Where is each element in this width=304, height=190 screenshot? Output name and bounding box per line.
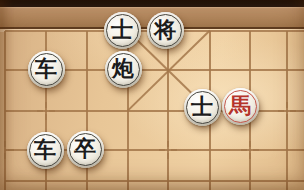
star-point-mark: [253, 149, 259, 151]
xiangqi-game-screen: 士将车炮士馬车卒: [0, 0, 304, 190]
star-point-mark: [286, 102, 288, 108]
piece-character: 馬: [229, 95, 251, 117]
star-point-mark: [159, 149, 165, 151]
piece-black-cannon-d1[interactable]: 炮: [105, 51, 142, 88]
star-point-mark: [45, 114, 47, 120]
star-point-mark: [37, 110, 43, 112]
piece-character: 士: [191, 96, 213, 118]
piece-character: 卒: [74, 138, 96, 160]
piece-black-advisor-d0[interactable]: 士: [104, 12, 141, 49]
background-strip: [0, 0, 304, 7]
star-point-mark: [4, 141, 6, 147]
piece-character: 士: [111, 19, 133, 41]
grid-rank-line: [5, 180, 304, 182]
star-point-mark: [278, 110, 284, 112]
piece-black-chariot-b3[interactable]: 车: [27, 132, 64, 169]
star-point-mark: [8, 149, 14, 151]
star-point-mark: [249, 153, 251, 159]
piece-character: 炮: [112, 58, 134, 80]
star-point-mark: [286, 114, 288, 120]
piece-character: 将: [154, 19, 176, 41]
piece-black-soldier-c3[interactable]: 卒: [67, 131, 104, 168]
star-point-mark: [167, 141, 169, 147]
piece-black-chariot-b1[interactable]: 车: [28, 51, 65, 88]
piece-black-advisor-f2[interactable]: 士: [184, 89, 221, 126]
piece-character: 车: [35, 58, 57, 80]
piece-red-horse-g2[interactable]: 馬: [222, 88, 259, 125]
piece-character: 车: [34, 139, 56, 161]
star-point-mark: [45, 102, 47, 108]
star-point-mark: [4, 153, 6, 159]
piece-black-general-e0[interactable]: 将: [147, 12, 184, 49]
star-point-mark: [49, 110, 55, 112]
star-point-mark: [171, 149, 177, 151]
star-point-mark: [241, 149, 247, 151]
star-point-mark: [290, 110, 296, 112]
star-point-mark: [249, 141, 251, 147]
star-point-mark: [167, 153, 169, 159]
